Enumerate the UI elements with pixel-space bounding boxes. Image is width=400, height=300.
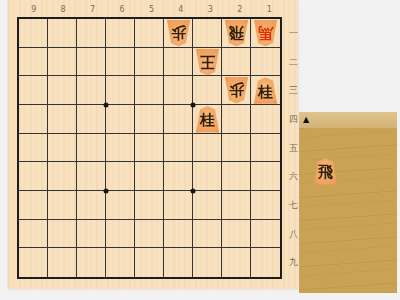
file-label: 7 xyxy=(78,3,107,16)
board-cell[interactable] xyxy=(135,48,164,77)
board-cell[interactable] xyxy=(164,48,193,77)
board-cell[interactable] xyxy=(48,105,77,134)
file-labels: 987654321 xyxy=(19,3,284,16)
board-cell[interactable] xyxy=(135,191,164,220)
board-cell[interactable] xyxy=(135,134,164,163)
board-cell[interactable] xyxy=(77,220,106,249)
board-cell[interactable] xyxy=(222,48,251,77)
board-cell[interactable] xyxy=(193,191,222,220)
board-cell[interactable] xyxy=(106,191,135,220)
board-cell[interactable] xyxy=(222,220,251,249)
board-cell[interactable] xyxy=(193,19,222,48)
board-cell[interactable] xyxy=(106,105,135,134)
board-cell[interactable] xyxy=(135,76,164,105)
file-label: 8 xyxy=(48,3,77,16)
board-grid: 歩飛馬王歩桂桂 xyxy=(17,17,282,279)
board-cell[interactable] xyxy=(48,76,77,105)
rank-label: 一 xyxy=(285,19,302,48)
board-cell[interactable] xyxy=(222,162,251,191)
komadai-header: ▲ xyxy=(299,112,397,128)
board-cell[interactable] xyxy=(251,220,280,249)
star-point xyxy=(104,189,109,194)
board-cell[interactable] xyxy=(251,134,280,163)
board-cell[interactable] xyxy=(135,162,164,191)
file-label: 2 xyxy=(225,3,254,16)
board-cell[interactable] xyxy=(48,48,77,77)
board-cell[interactable] xyxy=(48,134,77,163)
star-point xyxy=(191,189,196,194)
board-cell[interactable] xyxy=(77,19,106,48)
board-cell[interactable] xyxy=(48,220,77,249)
board-cell[interactable] xyxy=(222,191,251,220)
board-cell[interactable] xyxy=(19,191,48,220)
board-cell[interactable] xyxy=(193,162,222,191)
file-label: 4 xyxy=(166,3,195,16)
board-cell[interactable] xyxy=(19,19,48,48)
rank-label: 三 xyxy=(285,76,302,105)
board-cell[interactable] xyxy=(164,248,193,277)
komadai-body: 飛 xyxy=(299,128,397,293)
board-cell[interactable] xyxy=(106,134,135,163)
board-cell[interactable] xyxy=(106,48,135,77)
board-cell[interactable] xyxy=(106,19,135,48)
board-cell[interactable] xyxy=(19,134,48,163)
board-cell[interactable] xyxy=(164,134,193,163)
hand-piece-rook[interactable]: 飛 xyxy=(313,158,338,185)
rank-label: 二 xyxy=(285,48,302,77)
board-cell[interactable] xyxy=(222,248,251,277)
board-cell[interactable] xyxy=(48,191,77,220)
board-cell[interactable] xyxy=(48,248,77,277)
board-cell[interactable] xyxy=(193,248,222,277)
board-cell[interactable] xyxy=(77,162,106,191)
star-point xyxy=(191,103,196,108)
board-cell[interactable] xyxy=(106,76,135,105)
shogi-board-panel: 987654321 一二三四五六七八九 歩飛馬王歩桂桂 xyxy=(8,0,298,289)
file-label: 3 xyxy=(196,3,225,16)
board-cell[interactable] xyxy=(48,162,77,191)
board-cell[interactable] xyxy=(19,162,48,191)
board-cell[interactable] xyxy=(193,134,222,163)
board-cell[interactable] xyxy=(48,19,77,48)
board-cell[interactable] xyxy=(106,248,135,277)
board-cell[interactable] xyxy=(77,248,106,277)
sente-marker-icon: ▲ xyxy=(303,116,309,124)
board-cell[interactable] xyxy=(77,191,106,220)
board-cell[interactable] xyxy=(77,105,106,134)
board-cell[interactable] xyxy=(251,48,280,77)
board-cell[interactable] xyxy=(222,105,251,134)
board-cell[interactable] xyxy=(193,76,222,105)
board-cell[interactable] xyxy=(251,162,280,191)
board-cell[interactable] xyxy=(251,105,280,134)
board-cell[interactable] xyxy=(164,220,193,249)
board-cell[interactable] xyxy=(19,48,48,77)
file-label: 6 xyxy=(107,3,136,16)
board-cell[interactable] xyxy=(106,162,135,191)
board-cell[interactable] xyxy=(222,134,251,163)
board-cell[interactable] xyxy=(193,220,222,249)
board-cell[interactable] xyxy=(164,191,193,220)
file-label: 9 xyxy=(19,3,48,16)
board-cell[interactable] xyxy=(164,105,193,134)
board-cell[interactable] xyxy=(251,248,280,277)
board-cell[interactable] xyxy=(106,220,135,249)
star-point xyxy=(104,103,109,108)
komadai-panel: ▲ 飛 xyxy=(299,112,397,293)
board-cell[interactable] xyxy=(19,105,48,134)
board-cell[interactable] xyxy=(251,191,280,220)
board-cell[interactable] xyxy=(77,48,106,77)
board-cell[interactable] xyxy=(164,76,193,105)
board-cell[interactable] xyxy=(19,220,48,249)
board-cell[interactable] xyxy=(164,162,193,191)
board-cell[interactable] xyxy=(135,220,164,249)
board-cell[interactable] xyxy=(135,19,164,48)
board-cell[interactable] xyxy=(135,248,164,277)
file-label: 5 xyxy=(137,3,166,16)
board-cell[interactable] xyxy=(19,76,48,105)
board-cell[interactable] xyxy=(77,134,106,163)
board-cell[interactable] xyxy=(135,105,164,134)
board-cell[interactable] xyxy=(19,248,48,277)
board-cell[interactable] xyxy=(77,76,106,105)
file-label: 1 xyxy=(255,3,284,16)
